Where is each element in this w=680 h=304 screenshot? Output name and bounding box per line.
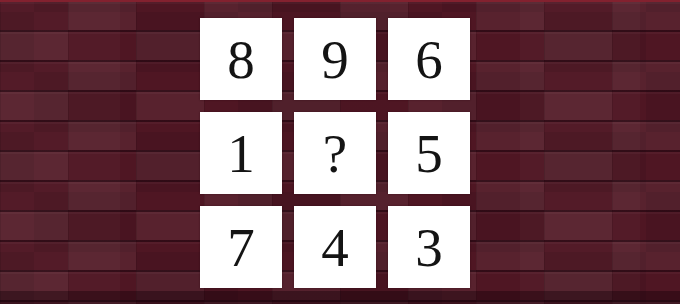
- cell-r2c2-unknown: ?: [294, 112, 376, 194]
- cell-r3c2: 4: [294, 206, 376, 288]
- cell-r1c2: 9: [294, 18, 376, 100]
- puzzle-board: 8 9 6 1 ? 5 7 4 3: [200, 18, 470, 288]
- cell-r2c1: 1: [200, 112, 282, 194]
- cell-r3c3: 3: [388, 206, 470, 288]
- cell-r1c3: 6: [388, 18, 470, 100]
- bottom-shadow-strip: [0, 291, 680, 304]
- cell-r1c1: 8: [200, 18, 282, 100]
- top-red-line: [0, 0, 680, 2]
- cell-r3c1: 7: [200, 206, 282, 288]
- cell-r2c3: 5: [388, 112, 470, 194]
